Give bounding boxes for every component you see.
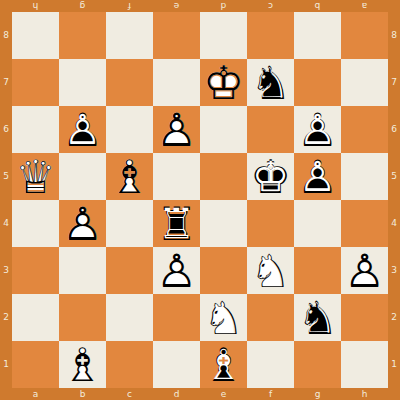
piece-white-pawn-h3[interactable]: ♟♙ bbox=[341, 247, 388, 294]
pawn-glyph-outline: ♙ bbox=[153, 106, 200, 153]
file-label-bottom-a: a bbox=[12, 388, 59, 400]
square-a4[interactable] bbox=[12, 200, 59, 247]
square-e4[interactable] bbox=[200, 200, 247, 247]
rank-label-right-7: 7 bbox=[388, 59, 400, 106]
square-h2[interactable] bbox=[341, 294, 388, 341]
file-label-top-e: e bbox=[153, 0, 200, 12]
square-e2[interactable]: ♞♘ bbox=[200, 294, 247, 341]
file-label-top-c: c bbox=[247, 0, 294, 12]
file-label-bottom-h: h bbox=[341, 388, 388, 400]
piece-black-king-f5[interactable]: ♚♔ bbox=[247, 153, 294, 200]
square-b4[interactable]: ♟♙ bbox=[59, 200, 106, 247]
pawn-glyph-outline: ♙ bbox=[296, 108, 338, 150]
square-e8[interactable] bbox=[200, 12, 247, 59]
file-label-top-d: d bbox=[200, 0, 247, 12]
piece-white-knight-e2[interactable]: ♞♘ bbox=[200, 294, 247, 341]
rank-label-left-5: 5 bbox=[0, 153, 12, 200]
rank-label-left-8: 8 bbox=[0, 12, 12, 59]
square-b8[interactable] bbox=[59, 12, 106, 59]
square-d3[interactable]: ♟♙ bbox=[153, 247, 200, 294]
square-g8[interactable] bbox=[294, 12, 341, 59]
rank-label-right-4: 4 bbox=[388, 200, 400, 247]
rank-label-left-1: 1 bbox=[0, 341, 12, 388]
square-a8[interactable] bbox=[12, 12, 59, 59]
square-g1[interactable] bbox=[294, 341, 341, 388]
square-e6[interactable] bbox=[200, 106, 247, 153]
square-c4[interactable] bbox=[106, 200, 153, 247]
file-label-bottom-d: d bbox=[153, 388, 200, 400]
square-a1[interactable] bbox=[12, 341, 59, 388]
bishop-glyph-outline: ♗ bbox=[59, 341, 106, 388]
square-c8[interactable] bbox=[106, 12, 153, 59]
rook-glyph-outline: ♖ bbox=[155, 202, 197, 244]
pawn-glyph-outline: ♙ bbox=[341, 247, 388, 294]
square-h3[interactable]: ♟♙ bbox=[341, 247, 388, 294]
square-f7[interactable]: ♞♘ bbox=[247, 59, 294, 106]
square-g2[interactable]: ♞♘ bbox=[294, 294, 341, 341]
piece-black-knight-g2[interactable]: ♞♘ bbox=[294, 294, 341, 341]
rank-labels-left: 87654321 bbox=[0, 12, 12, 388]
square-f6[interactable] bbox=[247, 106, 294, 153]
piece-black-bishop-e1[interactable]: ♝♗ bbox=[200, 341, 247, 388]
pawn-glyph-outline: ♙ bbox=[59, 200, 106, 247]
rank-labels-right: 87654321 bbox=[388, 12, 400, 388]
rank-label-right-5: 5 bbox=[388, 153, 400, 200]
pawn-glyph-outline: ♙ bbox=[61, 108, 103, 150]
square-h7[interactable] bbox=[341, 59, 388, 106]
square-e7[interactable]: ♚♔ bbox=[200, 59, 247, 106]
square-e3[interactable] bbox=[200, 247, 247, 294]
knight-glyph-outline: ♘ bbox=[247, 247, 294, 294]
square-a3[interactable] bbox=[12, 247, 59, 294]
board-grid: ♚♔♞♘♟♙♟♙♟♙♛♕♝♗♚♔♟♙♟♙♜♖♟♙♞♘♟♙♞♘♞♘♝♗♝♗ bbox=[12, 12, 388, 388]
piece-black-knight-f7[interactable]: ♞♘ bbox=[247, 59, 294, 106]
square-f1[interactable] bbox=[247, 341, 294, 388]
bishop-glyph-outline: ♗ bbox=[106, 153, 153, 200]
rank-label-right-3: 3 bbox=[388, 247, 400, 294]
chess-board: hgfedcba 87654321 87654321 abcdefgh ♚♔♞♘… bbox=[0, 0, 400, 400]
king-glyph-outline: ♔ bbox=[200, 59, 247, 106]
square-b5[interactable] bbox=[59, 153, 106, 200]
square-c3[interactable] bbox=[106, 247, 153, 294]
file-label-bottom-f: f bbox=[247, 388, 294, 400]
file-labels-top: hgfedcba bbox=[12, 0, 388, 12]
square-g5[interactable]: ♟♙ bbox=[294, 153, 341, 200]
rank-label-left-6: 6 bbox=[0, 106, 12, 153]
pawn-glyph-outline: ♙ bbox=[153, 247, 200, 294]
square-c5[interactable]: ♝♗ bbox=[106, 153, 153, 200]
square-c2[interactable] bbox=[106, 294, 153, 341]
square-d4[interactable]: ♜♖ bbox=[153, 200, 200, 247]
piece-white-pawn-b4[interactable]: ♟♙ bbox=[59, 200, 106, 247]
square-d5[interactable] bbox=[153, 153, 200, 200]
square-h6[interactable] bbox=[341, 106, 388, 153]
square-b1[interactable]: ♝♗ bbox=[59, 341, 106, 388]
piece-white-king-e7[interactable]: ♚♔ bbox=[200, 59, 247, 106]
square-b7[interactable] bbox=[59, 59, 106, 106]
piece-white-bishop-b1[interactable]: ♝♗ bbox=[59, 341, 106, 388]
square-b3[interactable] bbox=[59, 247, 106, 294]
piece-white-pawn-d6[interactable]: ♟♙ bbox=[153, 106, 200, 153]
square-d6[interactable]: ♟♙ bbox=[153, 106, 200, 153]
file-label-top-a: a bbox=[341, 0, 388, 12]
square-f4[interactable] bbox=[247, 200, 294, 247]
square-f3[interactable]: ♞♘ bbox=[247, 247, 294, 294]
square-a6[interactable] bbox=[12, 106, 59, 153]
pawn-glyph-outline: ♙ bbox=[296, 155, 338, 197]
square-a5[interactable]: ♛♕ bbox=[12, 153, 59, 200]
file-label-bottom-c: c bbox=[106, 388, 153, 400]
square-c1[interactable] bbox=[106, 341, 153, 388]
square-c6[interactable] bbox=[106, 106, 153, 153]
piece-black-pawn-g6[interactable]: ♟♙ bbox=[294, 106, 341, 153]
rank-label-left-2: 2 bbox=[0, 294, 12, 341]
square-h8[interactable] bbox=[341, 12, 388, 59]
rank-label-right-2: 2 bbox=[388, 294, 400, 341]
square-c7[interactable] bbox=[106, 59, 153, 106]
rank-label-left-3: 3 bbox=[0, 247, 12, 294]
rank-label-right-8: 8 bbox=[388, 12, 400, 59]
rank-label-left-7: 7 bbox=[0, 59, 12, 106]
queen-glyph-outline: ♕ bbox=[12, 153, 59, 200]
piece-black-pawn-g5[interactable]: ♟♙ bbox=[294, 153, 341, 200]
square-h5[interactable] bbox=[341, 153, 388, 200]
square-d2[interactable] bbox=[153, 294, 200, 341]
square-b2[interactable] bbox=[59, 294, 106, 341]
rank-label-right-1: 1 bbox=[388, 341, 400, 388]
square-e1[interactable]: ♝♗ bbox=[200, 341, 247, 388]
square-g7[interactable] bbox=[294, 59, 341, 106]
square-a7[interactable] bbox=[12, 59, 59, 106]
piece-black-rook-d4[interactable]: ♜♖ bbox=[153, 200, 200, 247]
square-h4[interactable] bbox=[341, 200, 388, 247]
square-f2[interactable] bbox=[247, 294, 294, 341]
knight-glyph-outline: ♘ bbox=[200, 294, 247, 341]
square-f8[interactable] bbox=[247, 12, 294, 59]
square-f5[interactable]: ♚♔ bbox=[247, 153, 294, 200]
piece-black-pawn-b6[interactable]: ♟♙ bbox=[59, 106, 106, 153]
rank-label-right-6: 6 bbox=[388, 106, 400, 153]
square-g4[interactable] bbox=[294, 200, 341, 247]
square-d1[interactable] bbox=[153, 341, 200, 388]
piece-white-pawn-d3[interactable]: ♟♙ bbox=[153, 247, 200, 294]
knight-glyph-outline: ♘ bbox=[296, 296, 338, 338]
file-label-top-f: f bbox=[106, 0, 153, 12]
king-glyph-outline: ♔ bbox=[249, 155, 291, 197]
square-d8[interactable] bbox=[153, 12, 200, 59]
file-label-bottom-g: g bbox=[294, 388, 341, 400]
square-a2[interactable] bbox=[12, 294, 59, 341]
file-label-top-g: g bbox=[59, 0, 106, 12]
knight-glyph-outline: ♘ bbox=[249, 61, 291, 103]
square-g3[interactable] bbox=[294, 247, 341, 294]
square-d7[interactable] bbox=[153, 59, 200, 106]
square-h1[interactable] bbox=[341, 341, 388, 388]
square-g6[interactable]: ♟♙ bbox=[294, 106, 341, 153]
file-label-top-h: h bbox=[12, 0, 59, 12]
piece-white-queen-a5[interactable]: ♛♕ bbox=[12, 153, 59, 200]
file-label-top-b: b bbox=[294, 0, 341, 12]
piece-white-bishop-c5[interactable]: ♝♗ bbox=[106, 153, 153, 200]
piece-white-knight-f3[interactable]: ♞♘ bbox=[247, 247, 294, 294]
bishop-glyph-outline: ♗ bbox=[202, 343, 244, 385]
square-e5[interactable] bbox=[200, 153, 247, 200]
rank-label-left-4: 4 bbox=[0, 200, 12, 247]
square-b6[interactable]: ♟♙ bbox=[59, 106, 106, 153]
